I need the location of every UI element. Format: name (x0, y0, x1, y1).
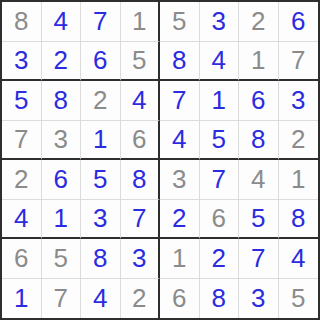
cell-r1c3[interactable]: 7 (81, 2, 121, 42)
cell-r7c5[interactable]: 1 (160, 239, 200, 279)
cell-r5c6[interactable]: 7 (200, 160, 240, 200)
cell-r5c8[interactable]: 1 (279, 160, 319, 200)
cell-r6c1[interactable]: 4 (2, 200, 42, 240)
cell-r3c2[interactable]: 8 (42, 81, 82, 121)
cell-r5c1[interactable]: 2 (2, 160, 42, 200)
cell-r6c7[interactable]: 5 (239, 200, 279, 240)
cell-r8c5[interactable]: 6 (160, 279, 200, 319)
cell-r7c4[interactable]: 3 (121, 239, 161, 279)
cell-r6c4[interactable]: 7 (121, 200, 161, 240)
cell-r6c5[interactable]: 2 (160, 200, 200, 240)
cell-r3c1[interactable]: 5 (2, 81, 42, 121)
cell-r3c3[interactable]: 2 (81, 81, 121, 121)
cell-r7c1[interactable]: 6 (2, 239, 42, 279)
cell-r7c2[interactable]: 5 (42, 239, 82, 279)
cell-r1c4[interactable]: 1 (121, 2, 161, 42)
cell-r1c8[interactable]: 6 (279, 2, 319, 42)
cell-r8c2[interactable]: 7 (42, 279, 82, 319)
cell-r7c8[interactable]: 4 (279, 239, 319, 279)
cell-r6c2[interactable]: 1 (42, 200, 82, 240)
cell-r1c2[interactable]: 4 (42, 2, 82, 42)
cell-r5c2[interactable]: 6 (42, 160, 82, 200)
cell-r8c6[interactable]: 8 (200, 279, 240, 319)
cell-r7c3[interactable]: 8 (81, 239, 121, 279)
cell-r6c6[interactable]: 6 (200, 200, 240, 240)
cell-r4c8[interactable]: 2 (279, 121, 319, 161)
cell-r8c1[interactable]: 1 (2, 279, 42, 319)
sudoku-board: 8471532632658417582471637316458226583741… (0, 0, 320, 320)
cell-r2c4[interactable]: 5 (121, 42, 161, 82)
cell-r2c6[interactable]: 4 (200, 42, 240, 82)
cell-r7c6[interactable]: 2 (200, 239, 240, 279)
cell-r2c7[interactable]: 1 (239, 42, 279, 82)
cell-r4c4[interactable]: 6 (121, 121, 161, 161)
cell-r2c3[interactable]: 6 (81, 42, 121, 82)
cell-r2c1[interactable]: 3 (2, 42, 42, 82)
cell-r1c1[interactable]: 8 (2, 2, 42, 42)
cell-r1c5[interactable]: 5 (160, 2, 200, 42)
cell-r8c4[interactable]: 2 (121, 279, 161, 319)
cell-r2c8[interactable]: 7 (279, 42, 319, 82)
cell-r5c7[interactable]: 4 (239, 160, 279, 200)
cell-r1c6[interactable]: 3 (200, 2, 240, 42)
cell-r3c4[interactable]: 4 (121, 81, 161, 121)
cell-r4c6[interactable]: 5 (200, 121, 240, 161)
cell-r6c8[interactable]: 8 (279, 200, 319, 240)
cell-r2c5[interactable]: 8 (160, 42, 200, 82)
cell-r5c4[interactable]: 8 (121, 160, 161, 200)
cell-r4c5[interactable]: 4 (160, 121, 200, 161)
cell-r8c8[interactable]: 5 (279, 279, 319, 319)
cell-r4c2[interactable]: 3 (42, 121, 82, 161)
cell-r3c5[interactable]: 7 (160, 81, 200, 121)
cell-r3c7[interactable]: 6 (239, 81, 279, 121)
cell-r3c8[interactable]: 3 (279, 81, 319, 121)
cell-r5c5[interactable]: 3 (160, 160, 200, 200)
cell-r7c7[interactable]: 7 (239, 239, 279, 279)
cell-r3c6[interactable]: 1 (200, 81, 240, 121)
cell-r6c3[interactable]: 3 (81, 200, 121, 240)
cell-r4c7[interactable]: 8 (239, 121, 279, 161)
cell-r4c1[interactable]: 7 (2, 121, 42, 161)
cell-r1c7[interactable]: 2 (239, 2, 279, 42)
cell-r2c2[interactable]: 2 (42, 42, 82, 82)
cell-r5c3[interactable]: 5 (81, 160, 121, 200)
cell-r4c3[interactable]: 1 (81, 121, 121, 161)
cell-r8c3[interactable]: 4 (81, 279, 121, 319)
cell-r8c7[interactable]: 3 (239, 279, 279, 319)
